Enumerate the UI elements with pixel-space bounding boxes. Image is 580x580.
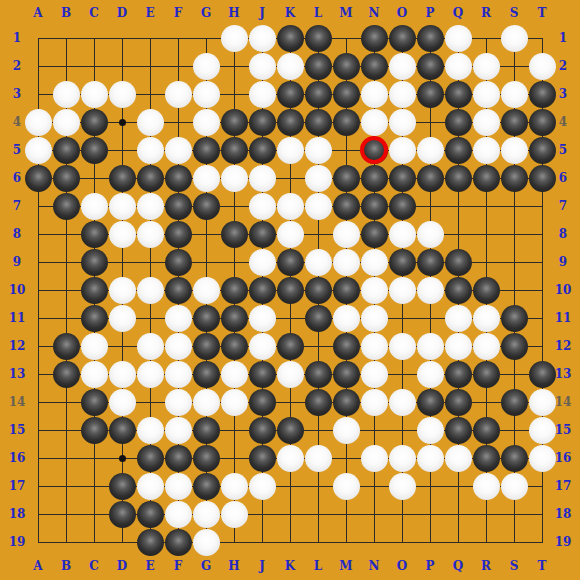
- white-stone[interactable]: [193, 501, 220, 528]
- coord-label-col: J: [248, 559, 276, 573]
- coord-label-col: C: [80, 559, 108, 573]
- black-stone[interactable]: [305, 389, 332, 416]
- white-stone[interactable]: [109, 361, 136, 388]
- white-stone[interactable]: [193, 109, 220, 136]
- black-stone[interactable]: [445, 361, 472, 388]
- white-stone[interactable]: [165, 389, 192, 416]
- black-stone[interactable]: [165, 277, 192, 304]
- white-stone[interactable]: [277, 361, 304, 388]
- black-stone[interactable]: [221, 333, 248, 360]
- coord-label-col: Q: [444, 6, 472, 20]
- coord-label-col: D: [108, 6, 136, 20]
- white-stone[interactable]: [445, 25, 472, 52]
- black-stone[interactable]: [81, 221, 108, 248]
- black-stone[interactable]: [445, 165, 472, 192]
- black-stone[interactable]: [389, 25, 416, 52]
- white-stone[interactable]: [333, 305, 360, 332]
- black-stone[interactable]: [333, 109, 360, 136]
- coord-label-col: M: [332, 6, 360, 20]
- black-stone[interactable]: [137, 445, 164, 472]
- white-stone[interactable]: [333, 473, 360, 500]
- white-stone[interactable]: [193, 389, 220, 416]
- black-stone[interactable]: [137, 501, 164, 528]
- white-stone[interactable]: [249, 305, 276, 332]
- white-stone[interactable]: [165, 333, 192, 360]
- white-stone[interactable]: [193, 529, 220, 556]
- white-stone[interactable]: [277, 221, 304, 248]
- white-stone[interactable]: [25, 137, 52, 164]
- black-stone[interactable]: [193, 305, 220, 332]
- black-stone[interactable]: [221, 221, 248, 248]
- white-stone[interactable]: [389, 389, 416, 416]
- coord-label-row: 19: [549, 535, 577, 549]
- white-stone[interactable]: [221, 501, 248, 528]
- coord-label-col: G: [192, 6, 220, 20]
- black-stone[interactable]: [221, 277, 248, 304]
- white-stone[interactable]: [109, 81, 136, 108]
- last-move-marker: [360, 136, 388, 164]
- coord-label-col: K: [276, 559, 304, 573]
- coord-label-row: 18: [3, 507, 31, 521]
- white-stone[interactable]: [165, 81, 192, 108]
- black-stone[interactable]: [165, 445, 192, 472]
- black-stone[interactable]: [445, 277, 472, 304]
- white-stone[interactable]: [249, 249, 276, 276]
- coord-label-col: E: [136, 559, 164, 573]
- white-stone[interactable]: [473, 305, 500, 332]
- coord-label-row: 10: [549, 283, 577, 297]
- black-stone[interactable]: [81, 389, 108, 416]
- white-stone[interactable]: [221, 361, 248, 388]
- coord-label-col: O: [388, 559, 416, 573]
- white-stone[interactable]: [109, 305, 136, 332]
- black-stone[interactable]: [501, 445, 528, 472]
- white-stone[interactable]: [417, 137, 444, 164]
- black-stone[interactable]: [333, 389, 360, 416]
- black-stone[interactable]: [277, 417, 304, 444]
- white-stone[interactable]: [389, 277, 416, 304]
- black-stone[interactable]: [249, 277, 276, 304]
- white-stone[interactable]: [109, 389, 136, 416]
- coord-label-col: S: [500, 559, 528, 573]
- white-stone[interactable]: [193, 53, 220, 80]
- coord-label-col: P: [416, 559, 444, 573]
- white-stone[interactable]: [389, 445, 416, 472]
- black-stone[interactable]: [305, 277, 332, 304]
- black-stone[interactable]: [137, 165, 164, 192]
- white-stone[interactable]: [389, 53, 416, 80]
- white-stone[interactable]: [445, 305, 472, 332]
- coord-label-row: 11: [3, 311, 31, 325]
- white-stone[interactable]: [305, 137, 332, 164]
- black-stone[interactable]: [445, 389, 472, 416]
- white-stone[interactable]: [417, 361, 444, 388]
- white-stone[interactable]: [361, 361, 388, 388]
- white-stone[interactable]: [249, 165, 276, 192]
- black-stone[interactable]: [473, 277, 500, 304]
- white-stone[interactable]: [277, 445, 304, 472]
- white-stone[interactable]: [249, 81, 276, 108]
- black-stone[interactable]: [389, 193, 416, 220]
- coord-label-row: 7: [549, 199, 577, 213]
- white-stone[interactable]: [501, 81, 528, 108]
- coord-label-col: N: [360, 559, 388, 573]
- coord-label-col: B: [52, 6, 80, 20]
- white-stone[interactable]: [137, 333, 164, 360]
- white-stone[interactable]: [53, 109, 80, 136]
- white-stone[interactable]: [81, 361, 108, 388]
- black-stone[interactable]: [81, 249, 108, 276]
- coord-label-row: 1: [3, 31, 31, 45]
- black-stone[interactable]: [25, 165, 52, 192]
- coord-label-row: 7: [3, 199, 31, 213]
- black-stone[interactable]: [221, 109, 248, 136]
- white-stone[interactable]: [81, 333, 108, 360]
- black-stone[interactable]: [389, 249, 416, 276]
- white-stone[interactable]: [137, 417, 164, 444]
- black-stone[interactable]: [249, 389, 276, 416]
- coord-label-row: 9: [3, 255, 31, 269]
- white-stone[interactable]: [305, 193, 332, 220]
- white-stone[interactable]: [277, 193, 304, 220]
- black-stone[interactable]: [249, 137, 276, 164]
- black-stone[interactable]: [249, 417, 276, 444]
- white-stone[interactable]: [473, 473, 500, 500]
- black-stone[interactable]: [249, 445, 276, 472]
- coord-label-col: G: [192, 559, 220, 573]
- black-stone[interactable]: [81, 277, 108, 304]
- coord-label-col: A: [24, 559, 52, 573]
- coord-label-row: 19: [3, 535, 31, 549]
- star-point: [119, 455, 126, 462]
- black-stone[interactable]: [417, 53, 444, 80]
- black-stone[interactable]: [277, 333, 304, 360]
- black-stone[interactable]: [389, 165, 416, 192]
- black-stone[interactable]: [165, 249, 192, 276]
- black-stone[interactable]: [277, 249, 304, 276]
- coord-label-col: Q: [444, 559, 472, 573]
- black-stone[interactable]: [165, 529, 192, 556]
- black-stone[interactable]: [501, 165, 528, 192]
- black-stone[interactable]: [305, 81, 332, 108]
- white-stone[interactable]: [417, 221, 444, 248]
- white-stone[interactable]: [529, 445, 556, 472]
- coord-label-row: 8: [549, 227, 577, 241]
- coord-label-col: T: [528, 6, 556, 20]
- black-stone[interactable]: [165, 193, 192, 220]
- white-stone[interactable]: [417, 333, 444, 360]
- black-stone[interactable]: [277, 81, 304, 108]
- coord-label-col: C: [80, 6, 108, 20]
- black-stone[interactable]: [361, 221, 388, 248]
- white-stone[interactable]: [445, 333, 472, 360]
- coord-label-col: F: [164, 559, 192, 573]
- black-stone[interactable]: [193, 137, 220, 164]
- white-stone[interactable]: [389, 473, 416, 500]
- grid-line-horizontal: [38, 542, 543, 543]
- coord-label-row: 12: [549, 339, 577, 353]
- black-stone[interactable]: [473, 361, 500, 388]
- white-stone[interactable]: [221, 165, 248, 192]
- black-stone[interactable]: [417, 25, 444, 52]
- coord-label-row: 14: [3, 395, 31, 409]
- black-stone[interactable]: [53, 165, 80, 192]
- coord-label-row: 17: [3, 479, 31, 493]
- black-stone[interactable]: [333, 361, 360, 388]
- black-stone[interactable]: [501, 333, 528, 360]
- black-stone[interactable]: [473, 417, 500, 444]
- white-stone[interactable]: [25, 109, 52, 136]
- white-stone[interactable]: [417, 445, 444, 472]
- black-stone[interactable]: [109, 165, 136, 192]
- go-board[interactable]: AABBCCDDEEFFGGHHJJKKLLMMNNOOPPQQRRSSTT11…: [0, 0, 580, 580]
- white-stone[interactable]: [137, 473, 164, 500]
- white-stone[interactable]: [361, 81, 388, 108]
- black-stone[interactable]: [501, 305, 528, 332]
- white-stone[interactable]: [417, 417, 444, 444]
- star-point: [119, 119, 126, 126]
- black-stone[interactable]: [305, 25, 332, 52]
- black-stone[interactable]: [417, 165, 444, 192]
- white-stone[interactable]: [277, 137, 304, 164]
- black-stone[interactable]: [445, 417, 472, 444]
- white-stone[interactable]: [445, 445, 472, 472]
- coord-label-col: L: [304, 559, 332, 573]
- coord-label-row: 12: [3, 339, 31, 353]
- white-stone[interactable]: [389, 81, 416, 108]
- black-stone[interactable]: [473, 445, 500, 472]
- white-stone[interactable]: [473, 333, 500, 360]
- white-stone[interactable]: [137, 137, 164, 164]
- white-stone[interactable]: [333, 249, 360, 276]
- black-stone[interactable]: [417, 389, 444, 416]
- black-stone[interactable]: [445, 109, 472, 136]
- black-stone[interactable]: [137, 529, 164, 556]
- coord-label-col: B: [52, 559, 80, 573]
- white-stone[interactable]: [137, 277, 164, 304]
- coord-label-row: 11: [549, 311, 577, 325]
- white-stone[interactable]: [165, 361, 192, 388]
- black-stone[interactable]: [473, 165, 500, 192]
- coord-label-col: T: [528, 559, 556, 573]
- white-stone[interactable]: [137, 361, 164, 388]
- coord-label-col: R: [472, 6, 500, 20]
- black-stone[interactable]: [249, 361, 276, 388]
- black-stone[interactable]: [445, 249, 472, 276]
- coord-label-col: R: [472, 559, 500, 573]
- coord-label-col: E: [136, 6, 164, 20]
- black-stone[interactable]: [529, 109, 556, 136]
- black-stone[interactable]: [333, 165, 360, 192]
- black-stone[interactable]: [109, 473, 136, 500]
- white-stone[interactable]: [501, 473, 528, 500]
- black-stone[interactable]: [53, 333, 80, 360]
- white-stone[interactable]: [417, 277, 444, 304]
- black-stone[interactable]: [109, 417, 136, 444]
- black-stone[interactable]: [333, 277, 360, 304]
- black-stone[interactable]: [529, 361, 556, 388]
- coord-label-row: 1: [549, 31, 577, 45]
- white-stone[interactable]: [165, 473, 192, 500]
- black-stone[interactable]: [361, 165, 388, 192]
- white-stone[interactable]: [389, 221, 416, 248]
- black-stone[interactable]: [193, 417, 220, 444]
- white-stone[interactable]: [137, 221, 164, 248]
- white-stone[interactable]: [221, 25, 248, 52]
- coord-label-row: 2: [3, 59, 31, 73]
- coord-label-row: 16: [3, 451, 31, 465]
- black-stone[interactable]: [193, 333, 220, 360]
- white-stone[interactable]: [501, 137, 528, 164]
- black-stone[interactable]: [529, 165, 556, 192]
- coord-label-col: H: [220, 6, 248, 20]
- black-stone[interactable]: [333, 81, 360, 108]
- white-stone[interactable]: [361, 109, 388, 136]
- coord-label-row: 3: [3, 87, 31, 101]
- white-stone[interactable]: [389, 109, 416, 136]
- coord-label-col: H: [220, 559, 248, 573]
- black-stone[interactable]: [277, 277, 304, 304]
- coord-label-col: P: [416, 6, 444, 20]
- white-stone[interactable]: [305, 445, 332, 472]
- white-stone[interactable]: [389, 333, 416, 360]
- white-stone[interactable]: [109, 193, 136, 220]
- white-stone[interactable]: [473, 53, 500, 80]
- white-stone[interactable]: [221, 389, 248, 416]
- black-stone[interactable]: [249, 109, 276, 136]
- black-stone[interactable]: [333, 193, 360, 220]
- white-stone[interactable]: [305, 165, 332, 192]
- coord-label-col: A: [24, 6, 52, 20]
- coord-label-col: O: [388, 6, 416, 20]
- black-stone[interactable]: [529, 81, 556, 108]
- black-stone[interactable]: [221, 305, 248, 332]
- black-stone[interactable]: [277, 109, 304, 136]
- white-stone[interactable]: [501, 25, 528, 52]
- black-stone[interactable]: [445, 137, 472, 164]
- white-stone[interactable]: [221, 473, 248, 500]
- white-stone[interactable]: [249, 193, 276, 220]
- white-stone[interactable]: [445, 53, 472, 80]
- white-stone[interactable]: [81, 193, 108, 220]
- white-stone[interactable]: [361, 389, 388, 416]
- white-stone[interactable]: [277, 53, 304, 80]
- white-stone[interactable]: [333, 221, 360, 248]
- white-stone[interactable]: [137, 109, 164, 136]
- black-stone[interactable]: [305, 53, 332, 80]
- white-stone[interactable]: [361, 305, 388, 332]
- black-stone[interactable]: [193, 473, 220, 500]
- white-stone[interactable]: [305, 249, 332, 276]
- black-stone[interactable]: [501, 389, 528, 416]
- white-stone[interactable]: [249, 473, 276, 500]
- white-stone[interactable]: [529, 53, 556, 80]
- coord-label-row: 8: [3, 227, 31, 241]
- black-stone[interactable]: [81, 417, 108, 444]
- black-stone[interactable]: [53, 137, 80, 164]
- coord-label-row: 15: [3, 423, 31, 437]
- black-stone[interactable]: [361, 53, 388, 80]
- black-stone[interactable]: [193, 361, 220, 388]
- white-stone[interactable]: [389, 137, 416, 164]
- white-stone[interactable]: [109, 221, 136, 248]
- white-stone[interactable]: [165, 501, 192, 528]
- white-stone[interactable]: [361, 445, 388, 472]
- white-stone[interactable]: [109, 277, 136, 304]
- black-stone[interactable]: [81, 137, 108, 164]
- black-stone[interactable]: [305, 361, 332, 388]
- black-stone[interactable]: [417, 81, 444, 108]
- black-stone[interactable]: [305, 109, 332, 136]
- coord-label-row: 10: [3, 283, 31, 297]
- white-stone[interactable]: [165, 137, 192, 164]
- white-stone[interactable]: [193, 81, 220, 108]
- black-stone[interactable]: [417, 249, 444, 276]
- black-stone[interactable]: [193, 193, 220, 220]
- black-stone[interactable]: [221, 137, 248, 164]
- white-stone[interactable]: [137, 193, 164, 220]
- black-stone[interactable]: [81, 305, 108, 332]
- black-stone[interactable]: [81, 109, 108, 136]
- black-stone[interactable]: [109, 501, 136, 528]
- coord-label-row: 17: [549, 479, 577, 493]
- white-stone[interactable]: [53, 81, 80, 108]
- white-stone[interactable]: [81, 81, 108, 108]
- black-stone[interactable]: [165, 165, 192, 192]
- black-stone[interactable]: [165, 221, 192, 248]
- black-stone[interactable]: [529, 137, 556, 164]
- coord-label-row: 9: [549, 255, 577, 269]
- black-stone[interactable]: [501, 109, 528, 136]
- white-stone[interactable]: [361, 277, 388, 304]
- white-stone[interactable]: [473, 137, 500, 164]
- black-stone[interactable]: [53, 361, 80, 388]
- white-stone[interactable]: [249, 53, 276, 80]
- white-stone[interactable]: [193, 277, 220, 304]
- white-stone[interactable]: [529, 417, 556, 444]
- coord-label-col: S: [500, 6, 528, 20]
- black-stone[interactable]: [361, 25, 388, 52]
- white-stone[interactable]: [165, 417, 192, 444]
- coord-label-col: J: [248, 6, 276, 20]
- black-stone[interactable]: [333, 333, 360, 360]
- black-stone[interactable]: [361, 193, 388, 220]
- white-stone[interactable]: [361, 249, 388, 276]
- black-stone[interactable]: [249, 221, 276, 248]
- coord-label-col: N: [360, 6, 388, 20]
- coord-label-col: M: [332, 559, 360, 573]
- black-stone[interactable]: [193, 445, 220, 472]
- black-stone[interactable]: [445, 81, 472, 108]
- white-stone[interactable]: [473, 109, 500, 136]
- white-stone[interactable]: [529, 389, 556, 416]
- coord-label-col: D: [108, 559, 136, 573]
- white-stone[interactable]: [165, 305, 192, 332]
- white-stone[interactable]: [193, 165, 220, 192]
- black-stone[interactable]: [277, 25, 304, 52]
- white-stone[interactable]: [249, 333, 276, 360]
- coord-label-col: K: [276, 6, 304, 20]
- white-stone[interactable]: [333, 417, 360, 444]
- white-stone[interactable]: [361, 333, 388, 360]
- black-stone[interactable]: [305, 305, 332, 332]
- white-stone[interactable]: [473, 81, 500, 108]
- coord-label-row: 13: [3, 367, 31, 381]
- black-stone[interactable]: [333, 53, 360, 80]
- black-stone[interactable]: [53, 193, 80, 220]
- coord-label-col: L: [304, 6, 332, 20]
- white-stone[interactable]: [249, 25, 276, 52]
